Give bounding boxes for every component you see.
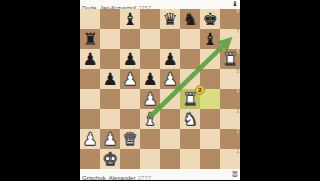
letterbox-left [0,0,80,180]
rank-coordinate: 7 [236,30,239,35]
square-c3[interactable] [120,109,140,129]
square-g8[interactable]: ♚ [200,9,220,29]
square-c8[interactable]: ♝ [120,9,140,29]
square-g2[interactable] [200,129,220,149]
white-pawn: ♟ [100,129,120,149]
square-d6[interactable] [140,49,160,69]
square-e8[interactable]: ♛ [160,9,180,29]
square-d1[interactable] [140,149,160,169]
square-b4[interactable] [100,89,120,109]
black-pawn: ♟ [100,69,120,89]
white-knight: ♞ [180,109,200,129]
white-pawn: ♟ [120,69,140,89]
black-pawn: ♟ [120,49,140,69]
square-c5[interactable]: ♟ [120,69,140,89]
square-g1[interactable] [200,149,220,169]
bottom-player-rating: 2777 [138,175,151,181]
rank-coordinate: 4 [236,90,239,95]
square-d4[interactable]: ♟ [140,89,160,109]
square-e4[interactable] [160,89,180,109]
square-g3[interactable] [200,109,220,129]
square-g6[interactable] [200,49,220,69]
square-a2[interactable]: ♟ [80,129,100,149]
bottom-player-name: Grischuk, Alexander [82,175,136,181]
rank-coordinate: 6 [236,50,239,55]
square-h6[interactable]: 6♜ [220,49,240,69]
square-b7[interactable] [100,29,120,49]
black-pawn: ♟ [140,69,160,89]
square-b2[interactable]: ♟ [100,129,120,149]
square-c7[interactable] [120,29,140,49]
square-b5[interactable]: ♟ [100,69,120,89]
white-queen: ♛ [120,129,140,149]
black-bishop-material-icon: ♝ [232,1,238,8]
black-pawn: ♟ [160,49,180,69]
square-d7[interactable] [140,29,160,49]
black-rook: ♜ [80,29,100,49]
black-bishop: ♝ [120,9,140,29]
square-e3[interactable] [160,109,180,129]
square-b3[interactable] [100,109,120,129]
square-a5[interactable] [80,69,100,89]
white-king: ♚ [100,149,120,169]
rank-coordinate: 3 [236,110,239,115]
white-pawn: ♟ [140,89,160,109]
black-bishop: ♝ [200,29,220,49]
black-pawn: ♟ [80,49,100,69]
black-queen: ♛ [160,9,180,29]
square-h8[interactable]: 8 [220,9,240,29]
square-g7[interactable]: ♝ [200,29,220,49]
square-e5[interactable]: ♟ [160,69,180,89]
square-d8[interactable] [140,9,160,29]
rank-coordinate: 5 [236,70,239,75]
black-king: ♚ [200,9,220,29]
square-a3[interactable] [80,109,100,129]
square-b1[interactable]: ♚ [100,149,120,169]
square-f5[interactable] [180,69,200,89]
square-f4[interactable]: ♜ [180,89,200,109]
square-a1[interactable] [80,149,100,169]
video-frame: Duda, Jan-Krzysztof2757 ♝ 2 ♝♛♞♚8♜♝7♟♟♟6… [0,0,320,180]
square-g4[interactable] [200,89,220,109]
chess-panel: Duda, Jan-Krzysztof2757 ♝ 2 ♝♛♞♚8♜♝7♟♟♟6… [80,0,240,180]
square-c1[interactable] [120,149,140,169]
square-a8[interactable] [80,9,100,29]
rank-coordinate: 8 [236,10,239,15]
square-f8[interactable]: ♞ [180,9,200,29]
square-e1[interactable] [160,149,180,169]
rank-coordinate: 1 [236,150,239,155]
letterbox-right [240,0,320,180]
square-h4[interactable]: 4 [220,89,240,109]
square-e2[interactable] [160,129,180,149]
square-h3[interactable]: 3 [220,109,240,129]
rank-coordinate: 2 [236,130,239,135]
square-d5[interactable]: ♟ [140,69,160,89]
square-d3[interactable]: ♝ [140,109,160,129]
square-a4[interactable] [80,89,100,109]
square-e7[interactable] [160,29,180,49]
square-a6[interactable]: ♟ [80,49,100,69]
board: 2 ♝♛♞♚8♜♝7♟♟♟6♜♟♟♟♟5♟♜4♝♞3♟♟♛2♚1 [80,9,240,169]
top-player-bar: Duda, Jan-Krzysztof2757 ♝ [80,0,240,9]
white-bishop: ♝ [140,109,160,129]
black-knight: ♞ [180,9,200,29]
square-f2[interactable] [180,129,200,149]
white-pawn: ♟ [80,129,100,149]
square-f7[interactable] [180,29,200,49]
square-g5[interactable] [200,69,220,89]
square-d2[interactable] [140,129,160,149]
square-b6[interactable] [100,49,120,69]
square-e6[interactable]: ♟ [160,49,180,69]
square-a7[interactable]: ♜ [80,29,100,49]
square-h5[interactable]: 5 [220,69,240,89]
square-c4[interactable] [120,89,140,109]
square-h7[interactable]: 7 [220,29,240,49]
square-c2[interactable]: ♛ [120,129,140,149]
white-rook: ♜ [180,89,200,109]
white-pawn: ♟ [160,69,180,89]
square-h2[interactable]: 2 [220,129,240,149]
square-b8[interactable] [100,9,120,29]
square-f6[interactable] [180,49,200,69]
square-f1[interactable] [180,149,200,169]
white-rook-material-icon: ♖ [232,171,238,178]
square-c6[interactable]: ♟ [120,49,140,69]
square-f3[interactable]: ♞ [180,109,200,129]
bottom-player-bar: Grischuk, Alexander2777 ♖ [80,169,240,180]
white-rook: ♜ [220,49,240,69]
square-h1[interactable]: 1 [220,149,240,169]
